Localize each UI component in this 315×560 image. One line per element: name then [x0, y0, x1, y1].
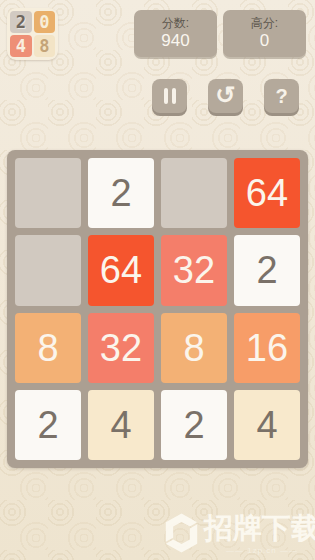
- watermark: 招牌下载 —— 1zp.cn ——: [163, 510, 315, 558]
- best-score-value: 0: [260, 31, 269, 51]
- pause-icon: [164, 88, 176, 104]
- game-screen: 2 0 4 8 分数: 940 高分: 0 ↺ ? 26464322832816…: [0, 0, 315, 560]
- help-button[interactable]: ?: [264, 79, 299, 113]
- best-score-box: 高分: 0: [223, 10, 306, 57]
- tile-4: 4: [88, 390, 154, 460]
- tile-2: 2: [234, 235, 300, 305]
- help-icon: ?: [275, 86, 287, 106]
- game-board[interactable]: 264643228328162424: [7, 150, 308, 468]
- watermark-domain-text: —— 1zp.cn ——: [226, 546, 298, 555]
- logo-digit-0: 0: [34, 11, 56, 33]
- logo-digit-4: 4: [10, 35, 32, 57]
- score-label: 分数:: [162, 16, 189, 31]
- undo-icon: ↺: [215, 83, 235, 107]
- tile-32: 32: [161, 235, 227, 305]
- tile-2: 2: [15, 390, 81, 460]
- logo-digit-2: 2: [10, 11, 32, 33]
- tile-64: 64: [234, 158, 300, 228]
- tile-8: 8: [15, 313, 81, 383]
- pause-button[interactable]: [152, 79, 187, 113]
- logo-digit-8: 8: [34, 35, 56, 57]
- empty-cell: [161, 158, 227, 228]
- tile-16: 16: [234, 313, 300, 383]
- hexagon-split-logo-icon: [163, 512, 200, 554]
- tile-2: 2: [88, 158, 154, 228]
- score-box: 分数: 940: [134, 10, 217, 57]
- restart-button[interactable]: ↺: [208, 79, 243, 113]
- best-score-label: 高分:: [251, 16, 278, 31]
- tile-64: 64: [88, 235, 154, 305]
- game-logo: 2 0 4 8: [7, 8, 58, 60]
- tile-32: 32: [88, 313, 154, 383]
- tile-4: 4: [234, 390, 300, 460]
- watermark-brand-text: 招牌下载: [204, 510, 315, 546]
- tile-2: 2: [161, 390, 227, 460]
- empty-cell: [15, 158, 81, 228]
- score-value: 940: [161, 31, 189, 51]
- empty-cell: [15, 235, 81, 305]
- tile-8: 8: [161, 313, 227, 383]
